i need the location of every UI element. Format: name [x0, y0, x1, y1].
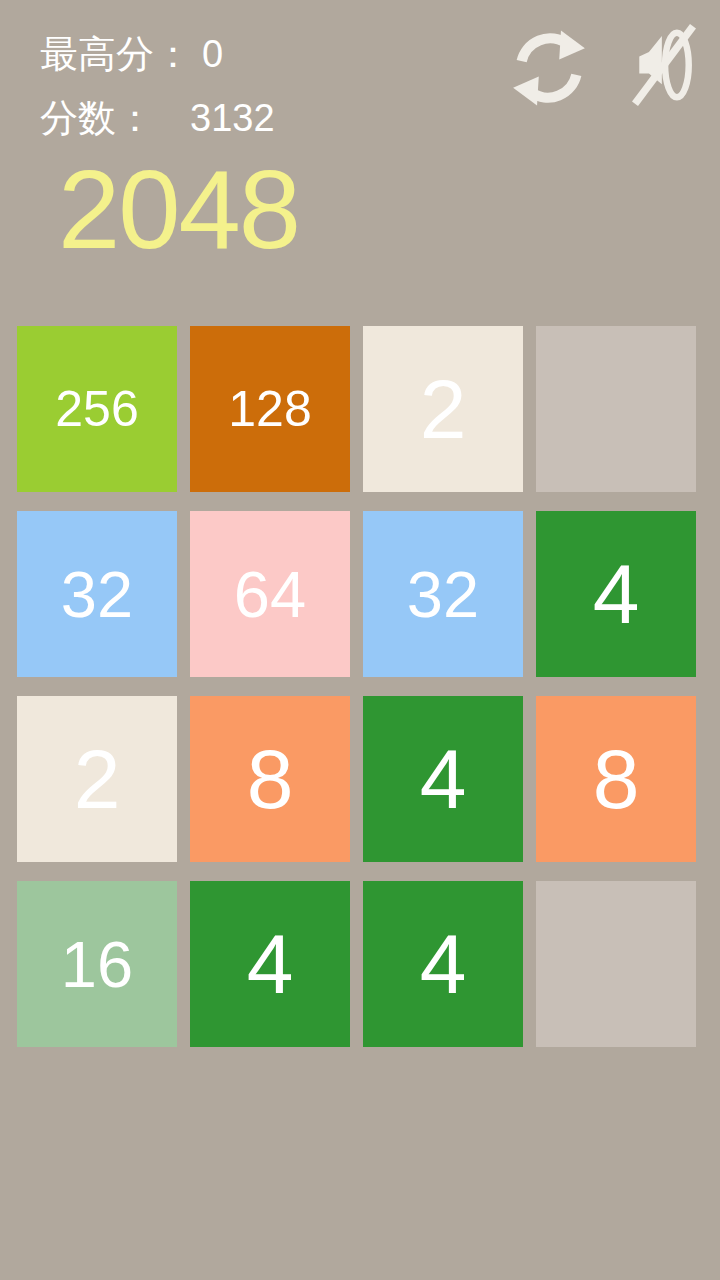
tile-value: 64	[234, 557, 306, 632]
best-score-row: 最高分： 0	[40, 22, 275, 86]
tile-value: 2	[74, 731, 121, 828]
tile-value: 4	[247, 916, 294, 1013]
tile-value: 32	[61, 557, 133, 632]
tile-value: 2	[420, 361, 467, 458]
tile-256-r1c1: 256	[17, 326, 177, 492]
tile-value: 4	[420, 731, 467, 828]
empty-cell-r4c4	[536, 881, 696, 1047]
tile-64-r2c2: 64	[190, 511, 350, 677]
board[interactable]: 2561282326432428481644	[17, 326, 696, 1047]
tile-8-r3c4: 8	[536, 696, 696, 862]
tile-value: 4	[420, 916, 467, 1013]
empty-cell-r1c4	[536, 326, 696, 492]
mute-button[interactable]	[632, 22, 696, 108]
tile-4-r4c2: 4	[190, 881, 350, 1047]
tile-value: 256	[55, 380, 138, 438]
tile-value: 8	[593, 731, 640, 828]
tile-32-r2c1: 32	[17, 511, 177, 677]
score-value: 3132	[190, 86, 275, 150]
game-title: 2048	[58, 152, 299, 268]
tile-128-r1c2: 128	[190, 326, 350, 492]
best-score-label: 最高分：	[40, 22, 192, 86]
tile-2-r1c3: 2	[363, 326, 523, 492]
tile-4-r3c3: 4	[363, 696, 523, 862]
tile-32-r2c3: 32	[363, 511, 523, 677]
restart-refresh-icon	[508, 26, 590, 110]
restart-button[interactable]	[508, 26, 590, 110]
tile-16-r4c1: 16	[17, 881, 177, 1047]
tile-2-r3c1: 2	[17, 696, 177, 862]
tile-value: 16	[61, 927, 133, 1002]
sound-muted-icon	[632, 22, 696, 108]
score-label: 分数：	[40, 86, 154, 150]
tile-value: 8	[247, 731, 294, 828]
tile-value: 128	[228, 380, 311, 438]
tile-4-r2c4: 4	[536, 511, 696, 677]
tile-4-r4c3: 4	[363, 881, 523, 1047]
tile-value: 4	[593, 546, 640, 643]
game-screen: 最高分： 0 分数： 3132 2048 2561282326432428481…	[0, 0, 720, 1280]
tile-value: 32	[407, 557, 479, 632]
tile-8-r3c2: 8	[190, 696, 350, 862]
best-score-value: 0	[202, 22, 223, 86]
score-row: 分数： 3132	[40, 86, 275, 150]
score-block: 最高分： 0 分数： 3132	[40, 22, 275, 150]
